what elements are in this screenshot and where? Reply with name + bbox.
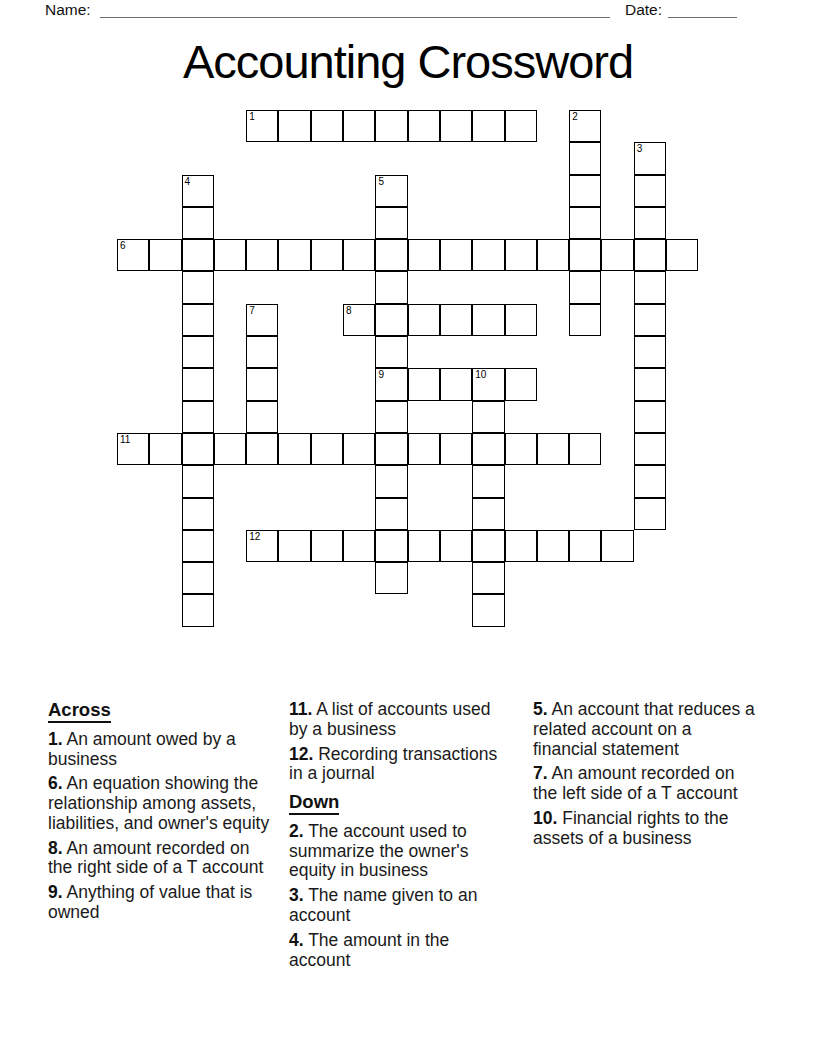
grid-cell-r4c1[interactable] <box>149 239 181 271</box>
empty-space <box>601 498 633 530</box>
grid-cell-r4c17[interactable] <box>666 239 698 271</box>
empty-space <box>537 271 569 303</box>
clue-number-10: 10 <box>475 369 486 380</box>
grid-cell-r10c7[interactable] <box>343 433 375 465</box>
empty-space <box>440 401 472 433</box>
empty-space <box>343 594 375 626</box>
clue-number-7: 7 <box>249 305 255 316</box>
empty-space <box>537 336 569 368</box>
empty-space <box>440 498 472 530</box>
grid-cell-r5c14[interactable] <box>569 271 601 303</box>
grid-cell-r4c8[interactable] <box>375 239 407 271</box>
empty-space <box>278 271 310 303</box>
clue-11: 11. A list of accounts used by a busines… <box>289 700 511 740</box>
empty-space <box>472 142 504 174</box>
grid-cell-r6c7[interactable]: 8 <box>343 304 375 336</box>
empty-space <box>537 110 569 142</box>
grid-cell-r4c11[interactable] <box>472 239 504 271</box>
empty-space <box>214 175 246 207</box>
grid-cell-r8c10[interactable] <box>440 368 472 400</box>
grid-cell-r0c4[interactable]: 1 <box>246 110 278 142</box>
empty-space <box>505 142 537 174</box>
empty-space <box>666 594 698 626</box>
empty-space <box>537 142 569 174</box>
empty-space <box>601 401 633 433</box>
empty-space <box>117 142 149 174</box>
empty-space <box>601 175 633 207</box>
empty-space <box>149 530 181 562</box>
grid-cell-r10c11[interactable] <box>472 433 504 465</box>
grid-cell-r12c11[interactable] <box>472 498 504 530</box>
empty-space <box>375 594 407 626</box>
empty-space <box>117 271 149 303</box>
grid-cell-r13c5[interactable] <box>278 530 310 562</box>
grid-cell-r12c2[interactable] <box>182 498 214 530</box>
empty-space <box>311 304 343 336</box>
clues-heading-down: Down <box>289 792 511 813</box>
empty-space <box>214 368 246 400</box>
grid-cell-r0c14[interactable]: 2 <box>569 110 601 142</box>
empty-space <box>666 175 698 207</box>
empty-space <box>537 401 569 433</box>
empty-space <box>117 465 149 497</box>
empty-space <box>278 401 310 433</box>
empty-space <box>601 207 633 239</box>
empty-space <box>375 142 407 174</box>
grid-cell-r4c2[interactable] <box>182 239 214 271</box>
empty-space <box>601 142 633 174</box>
empty-space <box>601 594 633 626</box>
grid-cell-r10c4[interactable] <box>246 433 278 465</box>
empty-space <box>311 498 343 530</box>
empty-space <box>311 562 343 594</box>
grid-cell-r9c4[interactable] <box>246 401 278 433</box>
empty-space <box>278 175 310 207</box>
crossword-grid: 123456789101112 <box>117 110 698 627</box>
empty-space <box>634 562 666 594</box>
grid-cell-r4c4[interactable] <box>246 239 278 271</box>
empty-space <box>634 594 666 626</box>
grid-cell-r10c8[interactable] <box>375 433 407 465</box>
grid-cell-r0c11[interactable] <box>472 110 504 142</box>
empty-space <box>505 594 537 626</box>
empty-space <box>408 562 440 594</box>
clue-2: 2. The account used to summarize the own… <box>289 822 511 881</box>
empty-space <box>666 304 698 336</box>
empty-space <box>278 498 310 530</box>
empty-space <box>149 110 181 142</box>
empty-space <box>343 498 375 530</box>
empty-space <box>182 142 214 174</box>
grid-cell-r6c2[interactable] <box>182 304 214 336</box>
empty-space <box>278 594 310 626</box>
grid-cell-r4c14[interactable] <box>569 239 601 271</box>
grid-cell-r3c2[interactable] <box>182 207 214 239</box>
clue-4: 4. The amount in the account <box>289 931 511 971</box>
grid-cell-r0c5[interactable] <box>278 110 310 142</box>
empty-space <box>278 465 310 497</box>
clue-number-11: 11 <box>120 434 130 445</box>
empty-space <box>569 498 601 530</box>
grid-cell-r0c8[interactable] <box>375 110 407 142</box>
empty-space <box>149 498 181 530</box>
grid-cell-r10c2[interactable] <box>182 433 214 465</box>
grid-cell-r10c14[interactable] <box>569 433 601 465</box>
grid-cell-r0c9[interactable] <box>408 110 440 142</box>
empty-space <box>601 562 633 594</box>
empty-space <box>343 142 375 174</box>
empty-space <box>440 562 472 594</box>
empty-space <box>601 336 633 368</box>
grid-cell-r8c11[interactable]: 10 <box>472 368 504 400</box>
empty-space <box>214 465 246 497</box>
clue-6: 6. An equation showing the relationship … <box>48 774 278 833</box>
clue-1: 1. An amount owed by a business <box>48 730 278 770</box>
empty-space <box>311 175 343 207</box>
grid-cell-r14c11[interactable] <box>472 562 504 594</box>
grid-cell-r13c15[interactable] <box>601 530 633 562</box>
grid-cell-r4c16[interactable] <box>634 239 666 271</box>
empty-space <box>343 175 375 207</box>
empty-space <box>601 368 633 400</box>
grid-cell-r8c8[interactable]: 9 <box>375 368 407 400</box>
grid-cell-r13c2[interactable] <box>182 530 214 562</box>
empty-space <box>666 368 698 400</box>
grid-cell-r11c2[interactable] <box>182 465 214 497</box>
grid-cell-r10c3[interactable] <box>214 433 246 465</box>
empty-space <box>537 562 569 594</box>
empty-space <box>149 465 181 497</box>
grid-cell-r6c16[interactable] <box>634 304 666 336</box>
empty-space <box>408 465 440 497</box>
grid-cell-r12c8[interactable] <box>375 498 407 530</box>
grid-cell-r8c16[interactable] <box>634 368 666 400</box>
grid-cell-r11c8[interactable] <box>375 465 407 497</box>
empty-space <box>278 207 310 239</box>
clue-number-8: 8 <box>346 305 352 316</box>
name-blank-line <box>100 17 610 18</box>
empty-space <box>311 594 343 626</box>
empty-space <box>149 594 181 626</box>
grid-cell-r0c12[interactable] <box>505 110 537 142</box>
grid-cell-r6c8[interactable] <box>375 304 407 336</box>
empty-space <box>214 336 246 368</box>
empty-space <box>505 498 537 530</box>
empty-space <box>343 336 375 368</box>
clue-number-4: 4 <box>185 176 191 187</box>
empty-space <box>666 271 698 303</box>
grid-cell-r6c4[interactable]: 7 <box>246 304 278 336</box>
empty-space <box>440 142 472 174</box>
clue-9: 9. Anything of value that is owned <box>48 883 278 923</box>
empty-space <box>246 142 278 174</box>
grid-cell-r10c9[interactable] <box>408 433 440 465</box>
grid-cell-r10c16[interactable] <box>634 433 666 465</box>
empty-space <box>601 110 633 142</box>
empty-space <box>505 465 537 497</box>
grid-cell-r7c4[interactable] <box>246 336 278 368</box>
empty-space <box>246 465 278 497</box>
grid-cell-r4c5[interactable] <box>278 239 310 271</box>
empty-space <box>408 175 440 207</box>
empty-space <box>149 175 181 207</box>
empty-space <box>666 336 698 368</box>
grid-cell-r10c12[interactable] <box>505 433 537 465</box>
grid-cell-r7c8[interactable] <box>375 336 407 368</box>
empty-space <box>408 336 440 368</box>
empty-space <box>634 110 666 142</box>
empty-space <box>666 433 698 465</box>
empty-space <box>117 175 149 207</box>
empty-space <box>214 142 246 174</box>
clues-heading-across: Across <box>48 700 278 721</box>
grid-cell-r10c1[interactable] <box>149 433 181 465</box>
empty-space <box>311 368 343 400</box>
empty-space <box>408 401 440 433</box>
grid-cell-r13c10[interactable] <box>440 530 472 562</box>
empty-space <box>149 401 181 433</box>
empty-space <box>149 336 181 368</box>
empty-space <box>666 530 698 562</box>
empty-space <box>214 594 246 626</box>
grid-cell-r9c2[interactable] <box>182 401 214 433</box>
grid-cell-r4c10[interactable] <box>440 239 472 271</box>
empty-space <box>117 401 149 433</box>
empty-space <box>343 271 375 303</box>
empty-space <box>149 304 181 336</box>
clue-number-5: 5 <box>378 176 384 187</box>
empty-space <box>537 175 569 207</box>
grid-cell-r10c5[interactable] <box>278 433 310 465</box>
empty-space <box>278 142 310 174</box>
grid-cell-r14c8[interactable] <box>375 562 407 594</box>
grid-cell-r2c2[interactable]: 4 <box>182 175 214 207</box>
clue-10: 10. Financial rights to the assets of a … <box>533 809 759 849</box>
empty-space <box>214 304 246 336</box>
grid-cell-r6c10[interactable] <box>440 304 472 336</box>
empty-space <box>117 498 149 530</box>
empty-space <box>117 594 149 626</box>
empty-space <box>214 498 246 530</box>
empty-space <box>569 336 601 368</box>
empty-space <box>149 562 181 594</box>
clues-column-middle: 11. A list of accounts used by a busines… <box>289 700 511 975</box>
empty-space <box>214 207 246 239</box>
empty-space <box>311 207 343 239</box>
grid-cell-r8c4[interactable] <box>246 368 278 400</box>
clue-number-1: 1 <box>249 111 255 122</box>
empty-space <box>343 368 375 400</box>
date-blank-line <box>668 17 737 18</box>
grid-cell-r10c0[interactable]: 11 <box>117 433 149 465</box>
grid-cell-r3c8[interactable] <box>375 207 407 239</box>
grid-cell-r4c13[interactable] <box>537 239 569 271</box>
empty-space <box>117 530 149 562</box>
empty-space <box>408 271 440 303</box>
grid-cell-r11c16[interactable] <box>634 465 666 497</box>
empty-space <box>117 368 149 400</box>
empty-space <box>505 562 537 594</box>
grid-cell-r12c16[interactable] <box>634 498 666 530</box>
grid-cell-r8c2[interactable] <box>182 368 214 400</box>
grid-cell-r7c2[interactable] <box>182 336 214 368</box>
grid-cell-r3c16[interactable] <box>634 207 666 239</box>
grid-cell-r15c11[interactable] <box>472 594 504 626</box>
empty-space <box>311 401 343 433</box>
empty-space <box>149 271 181 303</box>
grid-cell-r6c12[interactable] <box>505 304 537 336</box>
empty-space <box>343 465 375 497</box>
grid-cell-r13c7[interactable] <box>343 530 375 562</box>
empty-space <box>537 465 569 497</box>
grid-cell-r9c11[interactable] <box>472 401 504 433</box>
grid-cell-r0c7[interactable] <box>343 110 375 142</box>
grid-cell-r0c10[interactable] <box>440 110 472 142</box>
empty-space <box>343 401 375 433</box>
empty-space <box>343 207 375 239</box>
empty-space <box>537 207 569 239</box>
grid-cell-r0c6[interactable] <box>311 110 343 142</box>
empty-space <box>537 498 569 530</box>
empty-space <box>117 304 149 336</box>
grid-cell-r1c14[interactable] <box>569 142 601 174</box>
empty-space <box>440 175 472 207</box>
empty-space <box>343 562 375 594</box>
grid-cell-r4c3[interactable] <box>214 239 246 271</box>
empty-space <box>246 175 278 207</box>
empty-space <box>601 304 633 336</box>
grid-cell-r3c14[interactable] <box>569 207 601 239</box>
empty-space <box>311 142 343 174</box>
empty-space <box>537 368 569 400</box>
empty-space <box>149 142 181 174</box>
empty-space <box>666 142 698 174</box>
grid-cell-r13c14[interactable] <box>569 530 601 562</box>
empty-space <box>149 207 181 239</box>
empty-space <box>440 465 472 497</box>
grid-cell-r13c8[interactable] <box>375 530 407 562</box>
empty-space <box>569 368 601 400</box>
grid-cell-r10c6[interactable] <box>311 433 343 465</box>
grid-cell-r13c4[interactable]: 12 <box>246 530 278 562</box>
grid-cell-r5c16[interactable] <box>634 271 666 303</box>
grid-cell-r5c2[interactable] <box>182 271 214 303</box>
grid-cell-r6c14[interactable] <box>569 304 601 336</box>
empty-space <box>117 110 149 142</box>
grid-cell-r10c13[interactable] <box>537 433 569 465</box>
empty-space <box>666 562 698 594</box>
clue-3: 3. The name given to an account <box>289 886 511 926</box>
grid-cell-r5c8[interactable] <box>375 271 407 303</box>
empty-space <box>472 175 504 207</box>
grid-cell-r4c12[interactable] <box>505 239 537 271</box>
grid-cell-r15c2[interactable] <box>182 594 214 626</box>
grid-cell-r1c16[interactable]: 3 <box>634 142 666 174</box>
empty-space <box>214 562 246 594</box>
empty-space <box>278 304 310 336</box>
grid-cell-r13c9[interactable] <box>408 530 440 562</box>
empty-space <box>440 594 472 626</box>
grid-cell-r9c16[interactable] <box>634 401 666 433</box>
empty-space <box>408 594 440 626</box>
empty-space <box>117 336 149 368</box>
clue-number-9: 9 <box>378 369 384 380</box>
empty-space <box>666 207 698 239</box>
empty-space <box>214 110 246 142</box>
grid-cell-r13c6[interactable] <box>311 530 343 562</box>
grid-cell-r2c14[interactable] <box>569 175 601 207</box>
empty-space <box>246 594 278 626</box>
clue-7: 7. An amount recorded on the left side o… <box>533 764 759 804</box>
empty-space <box>569 401 601 433</box>
grid-cell-r13c13[interactable] <box>537 530 569 562</box>
grid-cell-r8c12[interactable] <box>505 368 537 400</box>
grid-cell-r10c10[interactable] <box>440 433 472 465</box>
empty-space <box>472 271 504 303</box>
clue-number-2: 2 <box>572 111 578 122</box>
worksheet-page: { "game": "crossword", "header": { "name… <box>0 0 816 1056</box>
grid-cell-r6c9[interactable] <box>408 304 440 336</box>
grid-cell-r4c7[interactable] <box>343 239 375 271</box>
empty-space <box>311 271 343 303</box>
grid-cell-r2c8[interactable]: 5 <box>375 175 407 207</box>
empty-space <box>246 207 278 239</box>
empty-space <box>408 207 440 239</box>
empty-space <box>311 336 343 368</box>
empty-space <box>634 530 666 562</box>
empty-space <box>311 465 343 497</box>
empty-space <box>214 530 246 562</box>
empty-space <box>182 110 214 142</box>
grid-cell-r14c2[interactable] <box>182 562 214 594</box>
empty-space <box>505 175 537 207</box>
grid-cell-r6c11[interactable] <box>472 304 504 336</box>
date-label: Date: <box>625 1 662 19</box>
grid-cell-r7c16[interactable] <box>634 336 666 368</box>
empty-space <box>505 336 537 368</box>
empty-space <box>278 562 310 594</box>
grid-cell-r4c6[interactable] <box>311 239 343 271</box>
clues-column-left: Across1. An amount owed by a business6. … <box>48 700 278 928</box>
grid-cell-r8c9[interactable] <box>408 368 440 400</box>
clue-5: 5. An account that reduces a related acc… <box>533 700 759 759</box>
empty-space <box>537 594 569 626</box>
empty-space <box>666 110 698 142</box>
empty-space <box>278 336 310 368</box>
empty-space <box>440 271 472 303</box>
grid-cell-r13c12[interactable] <box>505 530 537 562</box>
grid-cell-r2c16[interactable] <box>634 175 666 207</box>
grid-cell-r11c11[interactable] <box>472 465 504 497</box>
grid-cell-r4c15[interactable] <box>601 239 633 271</box>
empty-space <box>537 304 569 336</box>
empty-space <box>214 401 246 433</box>
grid-cell-r4c9[interactable] <box>408 239 440 271</box>
empty-space <box>408 498 440 530</box>
grid-cell-r13c11[interactable] <box>472 530 504 562</box>
empty-space <box>569 594 601 626</box>
empty-space <box>666 401 698 433</box>
empty-space <box>278 368 310 400</box>
grid-cell-r4c0[interactable]: 6 <box>117 239 149 271</box>
empty-space <box>117 562 149 594</box>
empty-space <box>505 401 537 433</box>
empty-space <box>472 336 504 368</box>
empty-space <box>601 433 633 465</box>
clues-column-right: 5. An account that reduces a related acc… <box>533 700 759 853</box>
empty-space <box>214 271 246 303</box>
grid-cell-r9c8[interactable] <box>375 401 407 433</box>
